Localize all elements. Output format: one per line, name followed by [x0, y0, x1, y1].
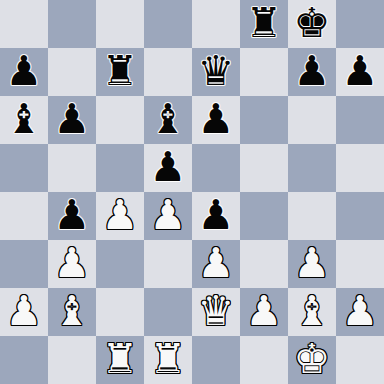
square-b5[interactable] — [48, 144, 96, 192]
white-king: ♚ — [294, 339, 331, 380]
square-a5[interactable] — [0, 144, 48, 192]
white-rook: ♜ — [102, 339, 139, 380]
square-c2[interactable] — [96, 288, 144, 336]
square-a8[interactable] — [0, 0, 48, 48]
square-c6[interactable] — [96, 96, 144, 144]
square-d2[interactable] — [144, 288, 192, 336]
square-h7[interactable]: ♟ — [336, 48, 384, 96]
square-g7[interactable]: ♟ — [288, 48, 336, 96]
square-c7[interactable]: ♜ — [96, 48, 144, 96]
white-pawn: ♟ — [102, 195, 139, 236]
square-f6[interactable] — [240, 96, 288, 144]
black-pawn: ♟ — [150, 147, 187, 188]
square-g5[interactable] — [288, 144, 336, 192]
square-b4[interactable]: ♟ — [48, 192, 96, 240]
square-e4[interactable]: ♟ — [192, 192, 240, 240]
square-b7[interactable] — [48, 48, 96, 96]
square-c1[interactable]: ♜ — [96, 336, 144, 384]
black-pawn: ♟ — [6, 51, 43, 92]
black-pawn: ♟ — [294, 51, 331, 92]
white-pawn: ♟ — [54, 243, 91, 284]
square-d5[interactable]: ♟ — [144, 144, 192, 192]
square-c5[interactable] — [96, 144, 144, 192]
square-d1[interactable]: ♜ — [144, 336, 192, 384]
square-b6[interactable]: ♟ — [48, 96, 96, 144]
black-king: ♚ — [294, 3, 331, 44]
square-b2[interactable]: ♝ — [48, 288, 96, 336]
black-pawn: ♟ — [54, 195, 91, 236]
black-queen: ♛ — [198, 51, 235, 92]
white-pawn: ♟ — [150, 195, 187, 236]
square-a1[interactable] — [0, 336, 48, 384]
square-d6[interactable]: ♝ — [144, 96, 192, 144]
square-a4[interactable] — [0, 192, 48, 240]
white-pawn: ♟ — [198, 243, 235, 284]
chess-board: ♜♚♟♜♛♟♟♝♟♝♟♟♟♟♟♟♟♟♟♟♝♛♟♝♟♜♜♚ — [0, 0, 384, 384]
white-pawn: ♟ — [294, 243, 331, 284]
square-c8[interactable] — [96, 0, 144, 48]
white-bishop: ♝ — [294, 291, 331, 332]
square-h6[interactable] — [336, 96, 384, 144]
square-e1[interactable] — [192, 336, 240, 384]
square-e8[interactable] — [192, 0, 240, 48]
square-g3[interactable]: ♟ — [288, 240, 336, 288]
white-bishop: ♝ — [54, 291, 91, 332]
square-g1[interactable]: ♚ — [288, 336, 336, 384]
black-bishop: ♝ — [150, 99, 187, 140]
square-d3[interactable] — [144, 240, 192, 288]
square-f4[interactable] — [240, 192, 288, 240]
square-d7[interactable] — [144, 48, 192, 96]
square-d8[interactable] — [144, 0, 192, 48]
square-g2[interactable]: ♝ — [288, 288, 336, 336]
black-pawn: ♟ — [198, 99, 235, 140]
black-pawn: ♟ — [342, 51, 379, 92]
square-b3[interactable]: ♟ — [48, 240, 96, 288]
square-c3[interactable] — [96, 240, 144, 288]
white-queen: ♛ — [198, 291, 235, 332]
black-pawn: ♟ — [54, 99, 91, 140]
black-rook: ♜ — [102, 51, 139, 92]
square-h8[interactable] — [336, 0, 384, 48]
square-f1[interactable] — [240, 336, 288, 384]
square-b8[interactable] — [48, 0, 96, 48]
square-h1[interactable] — [336, 336, 384, 384]
square-h5[interactable] — [336, 144, 384, 192]
square-g6[interactable] — [288, 96, 336, 144]
square-e2[interactable]: ♛ — [192, 288, 240, 336]
square-e7[interactable]: ♛ — [192, 48, 240, 96]
square-a6[interactable]: ♝ — [0, 96, 48, 144]
square-c4[interactable]: ♟ — [96, 192, 144, 240]
square-a3[interactable] — [0, 240, 48, 288]
square-f5[interactable] — [240, 144, 288, 192]
square-e5[interactable] — [192, 144, 240, 192]
white-rook: ♜ — [150, 339, 187, 380]
black-bishop: ♝ — [6, 99, 43, 140]
square-f7[interactable] — [240, 48, 288, 96]
square-h4[interactable] — [336, 192, 384, 240]
white-pawn: ♟ — [246, 291, 283, 332]
square-a2[interactable]: ♟ — [0, 288, 48, 336]
black-pawn: ♟ — [198, 195, 235, 236]
white-pawn: ♟ — [6, 291, 43, 332]
square-e3[interactable]: ♟ — [192, 240, 240, 288]
square-f3[interactable] — [240, 240, 288, 288]
square-h3[interactable] — [336, 240, 384, 288]
square-e6[interactable]: ♟ — [192, 96, 240, 144]
square-f2[interactable]: ♟ — [240, 288, 288, 336]
white-pawn: ♟ — [342, 291, 379, 332]
square-h2[interactable]: ♟ — [336, 288, 384, 336]
black-rook: ♜ — [246, 3, 283, 44]
square-b1[interactable] — [48, 336, 96, 384]
square-g8[interactable]: ♚ — [288, 0, 336, 48]
square-d4[interactable]: ♟ — [144, 192, 192, 240]
square-a7[interactable]: ♟ — [0, 48, 48, 96]
square-f8[interactable]: ♜ — [240, 0, 288, 48]
square-g4[interactable] — [288, 192, 336, 240]
